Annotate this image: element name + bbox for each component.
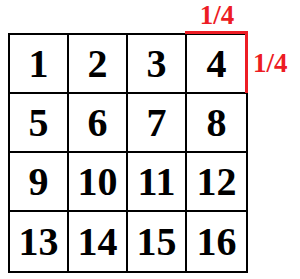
grid-cell-14: 14 <box>69 212 128 271</box>
grid-cell-11: 11 <box>128 153 187 212</box>
fraction-label-right: 1/4 <box>253 49 288 77</box>
number-grid: 1 2 3 4 5 6 7 8 9 10 11 12 13 14 15 16 <box>8 33 248 273</box>
grid-cell-1: 1 <box>10 35 69 94</box>
grid-cell-6: 6 <box>69 94 128 153</box>
grid-cell-4: 4 <box>187 35 246 94</box>
grid-cell-16: 16 <box>187 212 246 271</box>
grid-cell-7: 7 <box>128 94 187 153</box>
grid-cell-8: 8 <box>187 94 246 153</box>
grid-cell-5: 5 <box>10 94 69 153</box>
fraction-grid-diagram: 1/4 1/4 1 2 3 4 5 6 7 8 9 10 11 12 13 14… <box>0 0 300 279</box>
grid-cell-13: 13 <box>10 212 69 271</box>
grid-cell-10: 10 <box>69 153 128 212</box>
grid-cell-12: 12 <box>187 153 246 212</box>
fraction-label-top: 1/4 <box>186 1 248 29</box>
grid-cell-15: 15 <box>128 212 187 271</box>
grid-cell-3: 3 <box>128 35 187 94</box>
grid-cell-2: 2 <box>69 35 128 94</box>
grid-cell-9: 9 <box>10 153 69 212</box>
